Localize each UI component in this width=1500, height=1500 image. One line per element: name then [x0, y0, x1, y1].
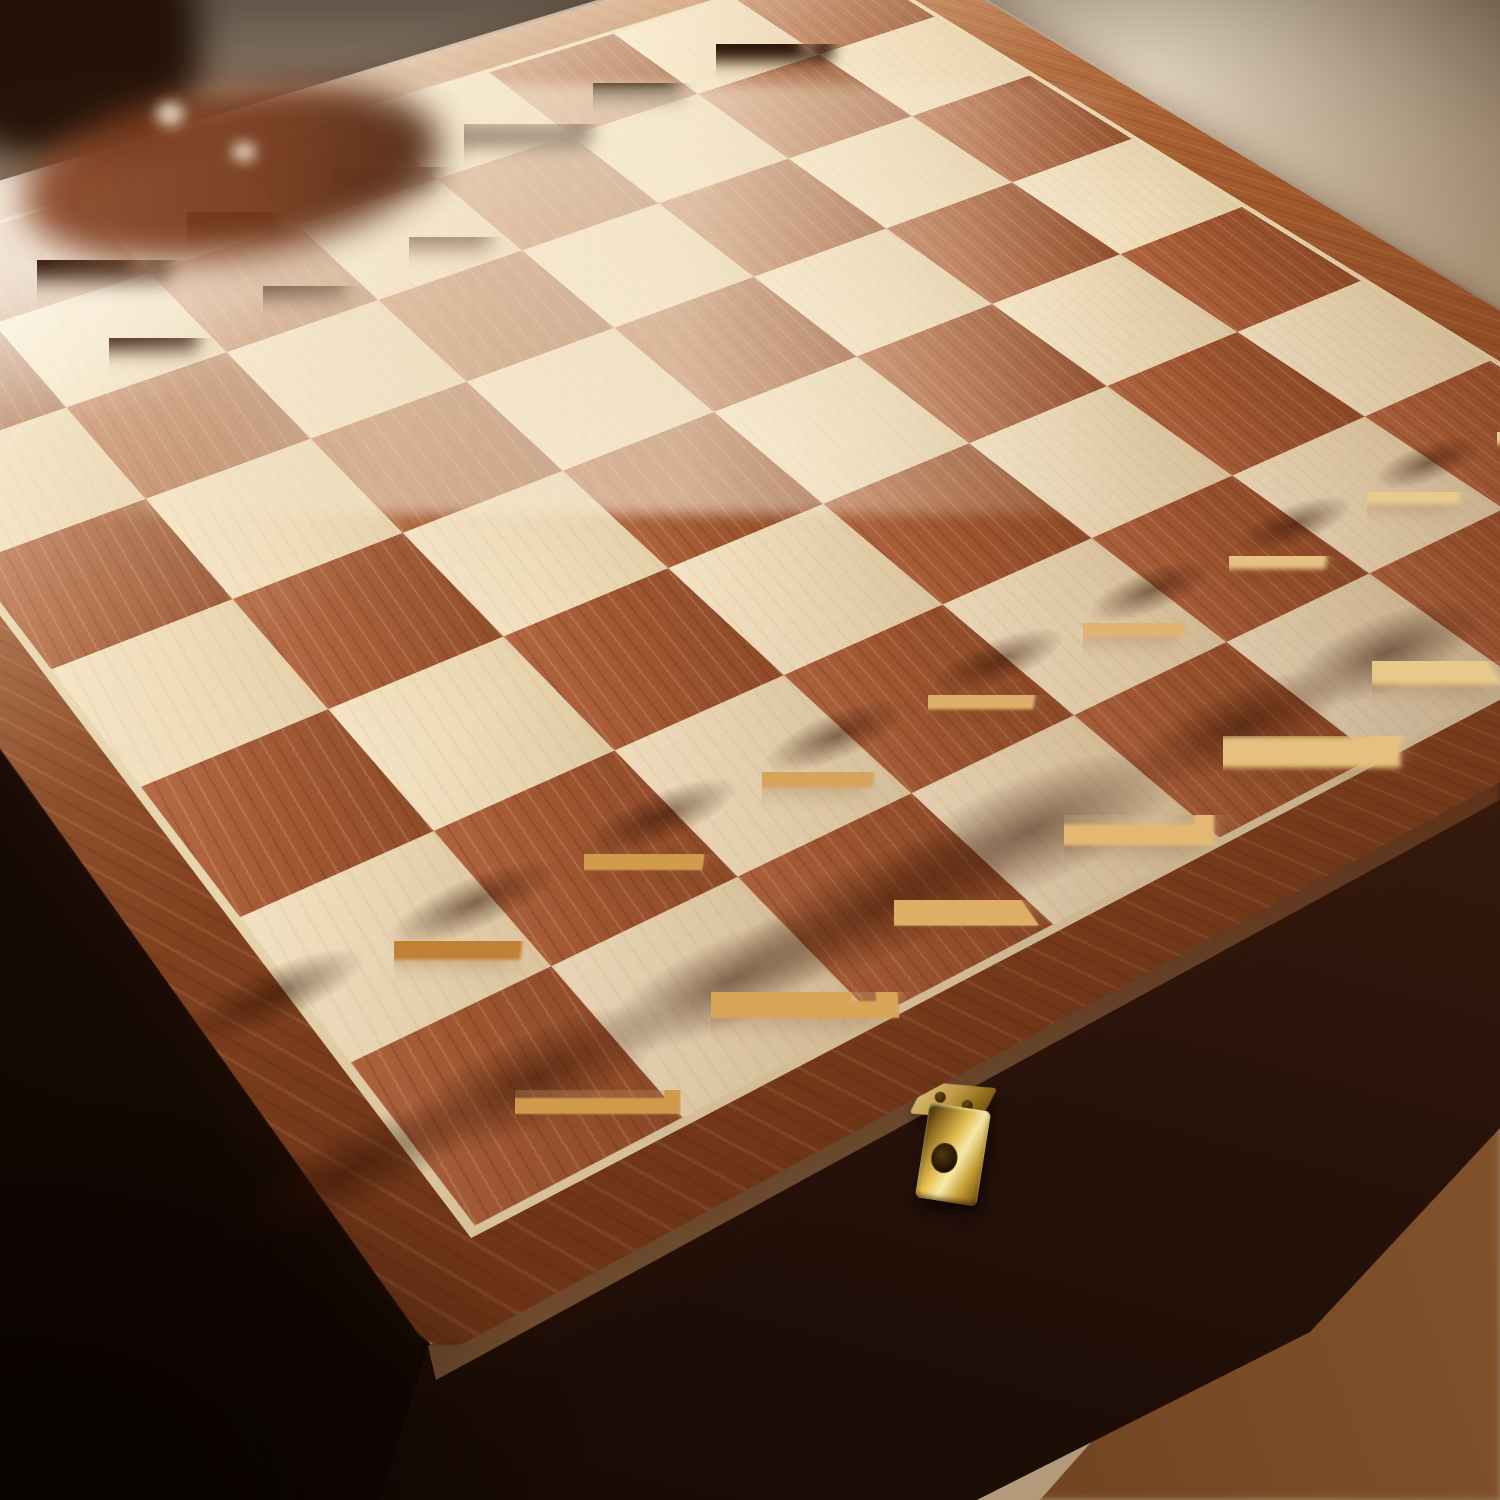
- specular-highlight-dot: [688, 170, 710, 188]
- specular-highlight-dot: [156, 102, 184, 126]
- specular-highlight-dot: [232, 142, 256, 162]
- specular-highlight-dot: [60, 300, 86, 322]
- chess-set-photo: ♞♝♚♛♝♞♟♟♟♟♟♞♟♝♟♚♟♛♟♝♟♞♟♜: [0, 0, 1500, 1500]
